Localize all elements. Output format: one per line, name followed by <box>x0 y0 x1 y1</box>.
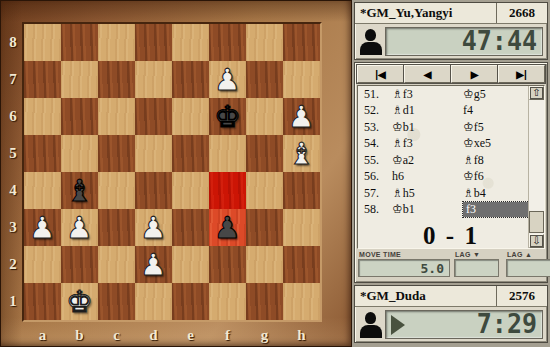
to-move-indicator-icon <box>391 315 405 335</box>
square-h6[interactable]: ♟ <box>283 98 320 135</box>
white-move-cell[interactable]: ♗d1 <box>392 103 463 118</box>
move-number: 53. <box>358 120 392 135</box>
white-move-cell[interactable]: h6 <box>392 169 463 184</box>
square-a1[interactable] <box>24 283 61 320</box>
move-row-56: 56.h6♔f6 <box>358 169 544 186</box>
square-h7[interactable] <box>283 61 320 98</box>
square-d4[interactable] <box>135 172 172 209</box>
square-c6[interactable] <box>98 98 135 135</box>
move-number: 54. <box>358 136 392 151</box>
next-move-button[interactable]: ▶ <box>451 65 498 83</box>
square-b3[interactable]: ♟ <box>61 209 98 246</box>
square-g6[interactable] <box>246 98 283 135</box>
move-row-57: 57.♗h5♗b4 <box>358 185 544 202</box>
square-h5[interactable]: ♝ <box>283 135 320 172</box>
white-king[interactable]: ♚ <box>61 283 98 320</box>
prev-move-button[interactable]: ◀ <box>404 65 451 83</box>
move-number: 57. <box>358 186 392 201</box>
square-g7[interactable] <box>246 61 283 98</box>
scroll-down-button[interactable]: ⇩ <box>529 234 544 248</box>
white-pawn[interactable]: ♟ <box>283 98 320 135</box>
move-number: 56. <box>358 169 392 184</box>
top-player-name: *GM_Yu,Yangyi <box>355 5 496 21</box>
square-g4[interactable] <box>246 172 283 209</box>
square-a4[interactable] <box>24 172 61 209</box>
square-h8[interactable] <box>283 24 320 61</box>
square-h1[interactable] <box>283 283 320 320</box>
square-c2[interactable] <box>98 246 135 283</box>
move-row-51: 51.♗f3♔g5 <box>358 86 544 103</box>
white-pawn[interactable]: ♟ <box>135 246 172 283</box>
square-a7[interactable] <box>24 61 61 98</box>
first-move-button[interactable]: |◀ <box>357 65 404 83</box>
black-bishop[interactable]: ♝ <box>61 172 98 209</box>
square-a8[interactable] <box>24 24 61 61</box>
square-f7[interactable]: ♟ <box>209 61 246 98</box>
square-f5[interactable] <box>209 135 246 172</box>
square-e5[interactable] <box>172 135 209 172</box>
square-b5[interactable] <box>61 135 98 172</box>
move-time-lcd: 5.0 <box>358 259 450 277</box>
file-label-h: h <box>283 327 320 344</box>
square-e3[interactable] <box>172 209 209 246</box>
square-b7[interactable] <box>61 61 98 98</box>
square-h3[interactable] <box>283 209 320 246</box>
file-label-f: f <box>209 327 246 344</box>
square-f4[interactable] <box>209 172 246 209</box>
file-label-g: g <box>246 327 283 344</box>
square-b2[interactable] <box>61 246 98 283</box>
top-clock-time: 47:44 <box>462 26 537 56</box>
bottom-player-clockrow: 7:29 <box>355 307 547 342</box>
chess-board[interactable]: ♟♚♟♝♝♟♟♟♟♟♚ <box>22 22 322 322</box>
rank-label-2: 2 <box>7 256 19 273</box>
white-move-cell[interactable]: ♗f3 <box>392 136 463 151</box>
square-b4[interactable]: ♝ <box>61 172 98 209</box>
white-move-cell[interactable]: ♔b1 <box>392 120 463 135</box>
file-label-e: e <box>172 327 209 344</box>
move-number: 58. <box>358 202 392 217</box>
move-panel: |◀◀▶▶| 51.♗f3♔g552.♗d1f453.♔b1♔f554.♗f3♔… <box>354 62 548 283</box>
bottom-player-namebar: *GM_Duda 2576 <box>355 286 547 307</box>
white-pawn[interactable]: ♟ <box>209 61 246 98</box>
rank-label-8: 8 <box>7 34 19 51</box>
rank-label-6: 6 <box>7 108 19 125</box>
lag-up-lcd <box>506 259 550 277</box>
square-g2[interactable] <box>246 246 283 283</box>
person-icon <box>360 312 382 338</box>
square-e8[interactable] <box>172 24 209 61</box>
square-b6[interactable] <box>61 98 98 135</box>
square-a6[interactable] <box>24 98 61 135</box>
move-time-label: MOVE TIME <box>359 251 401 258</box>
white-move-cell[interactable]: ♔b1 <box>392 202 463 217</box>
scrollbar-track[interactable]: ⇧ ⇩ <box>528 86 544 248</box>
square-f8[interactable] <box>209 24 246 61</box>
square-g8[interactable] <box>246 24 283 61</box>
board-frame: ♟♚♟♝♝♟♟♟♟♟♚ 87654321abcdefgh <box>0 0 352 347</box>
top-player-namebar: *GM_Yu,Yangyi 2668 <box>355 3 547 24</box>
square-a5[interactable] <box>24 135 61 172</box>
square-b1[interactable]: ♚ <box>61 283 98 320</box>
lag-up-label: LAG ▲ <box>507 251 532 258</box>
white-move-cell[interactable]: ♗f3 <box>392 87 463 102</box>
scroll-up-button[interactable]: ⇧ <box>529 86 544 100</box>
move-row-55: 55.♔a2♗f8 <box>358 152 544 169</box>
rank-label-7: 7 <box>7 71 19 88</box>
last-move-button[interactable]: ▶| <box>498 65 545 83</box>
square-b8[interactable] <box>61 24 98 61</box>
square-d8[interactable] <box>135 24 172 61</box>
file-label-d: d <box>135 327 172 344</box>
square-f6[interactable]: ♚ <box>209 98 246 135</box>
bottom-player-name: *GM_Duda <box>355 288 496 304</box>
rank-label-3: 3 <box>7 219 19 236</box>
move-number: 52. <box>358 103 392 118</box>
move-row-52: 52.♗d1f4 <box>358 103 544 120</box>
move-nav-bar: |◀◀▶▶| <box>357 65 545 83</box>
square-e1[interactable] <box>172 283 209 320</box>
top-player-clockrow: 47:44 <box>355 24 547 59</box>
person-icon <box>360 29 382 55</box>
white-bishop[interactable]: ♝ <box>283 135 320 172</box>
side-panel: *GM_Yu,Yangyi 2668 47:44 |◀◀▶▶| 51.♗f3♔g… <box>352 0 550 347</box>
bottom-player-rating: 2576 <box>497 288 547 304</box>
square-c7[interactable] <box>98 61 135 98</box>
white-move-cell[interactable]: ♗h5 <box>392 186 463 201</box>
file-label-c: c <box>98 327 135 344</box>
square-e7[interactable] <box>172 61 209 98</box>
top-player-rating: 2668 <box>497 5 547 21</box>
lag-down-label: LAG ▼ <box>455 251 480 258</box>
square-d6[interactable] <box>135 98 172 135</box>
square-d7[interactable] <box>135 61 172 98</box>
square-g1[interactable] <box>246 283 283 320</box>
move-panel-footer: MOVE TIME 5.0 LAG ▼ LAG ▲ <box>355 250 547 283</box>
result-text: 0 - 1 <box>358 222 544 249</box>
square-h4[interactable] <box>283 172 320 209</box>
lag-down-lcd <box>454 259 499 277</box>
file-label-b: b <box>61 327 98 344</box>
square-e4[interactable] <box>172 172 209 209</box>
black-king[interactable]: ♚ <box>209 98 246 135</box>
square-f2[interactable] <box>209 246 246 283</box>
file-label-a: a <box>24 327 61 344</box>
white-move-cell[interactable]: ♔a2 <box>392 153 463 168</box>
square-e6[interactable] <box>172 98 209 135</box>
square-h2[interactable] <box>283 246 320 283</box>
square-c1[interactable] <box>98 283 135 320</box>
chess-app-window: ♟♚♟♝♝♟♟♟♟♟♚ 87654321abcdefgh *GM_Yu,Yang… <box>0 0 550 347</box>
bottom-clock-time: 7:29 <box>477 309 537 339</box>
square-d3[interactable]: ♟ <box>135 209 172 246</box>
square-f3[interactable]: ♟ <box>209 209 246 246</box>
move-number: 51. <box>358 87 392 102</box>
square-g3[interactable] <box>246 209 283 246</box>
bottom-player-panel: *GM_Duda 2576 7:29 <box>354 285 548 343</box>
square-e2[interactable] <box>172 246 209 283</box>
scrollbar-thumb[interactable] <box>529 211 544 233</box>
square-c8[interactable] <box>98 24 135 61</box>
square-c4[interactable] <box>98 172 135 209</box>
bottom-player-clock: 7:29 <box>385 310 543 339</box>
move-list[interactable]: 51.♗f3♔g552.♗d1f453.♔b1♔f554.♗f3♔xe555.♔… <box>357 85 545 249</box>
white-pawn[interactable]: ♟ <box>24 209 61 246</box>
square-d1[interactable] <box>135 283 172 320</box>
white-pawn[interactable]: ♟ <box>61 209 98 246</box>
square-g5[interactable] <box>246 135 283 172</box>
square-a2[interactable] <box>24 246 61 283</box>
move-row-58: 58.♔b1f3 <box>358 202 544 219</box>
move-row-53: 53.♔b1♔f5 <box>358 119 544 136</box>
rank-label-5: 5 <box>7 145 19 162</box>
square-c3[interactable] <box>98 209 135 246</box>
move-number: 55. <box>358 153 392 168</box>
square-a3[interactable]: ♟ <box>24 209 61 246</box>
square-f1[interactable] <box>209 283 246 320</box>
rank-label-4: 4 <box>7 182 19 199</box>
black-pawn[interactable]: ♟ <box>209 209 246 246</box>
move-row-54: 54.♗f3♔xe5 <box>358 136 544 153</box>
square-d2[interactable]: ♟ <box>135 246 172 283</box>
white-pawn[interactable]: ♟ <box>135 209 172 246</box>
rank-label-1: 1 <box>7 293 19 310</box>
top-player-clock: 47:44 <box>385 27 543 56</box>
move-rows: 51.♗f3♔g552.♗d1f453.♔b1♔f554.♗f3♔xe555.♔… <box>358 86 544 218</box>
top-player-panel: *GM_Yu,Yangyi 2668 47:44 <box>354 2 548 60</box>
square-c5[interactable] <box>98 135 135 172</box>
square-d5[interactable] <box>135 135 172 172</box>
